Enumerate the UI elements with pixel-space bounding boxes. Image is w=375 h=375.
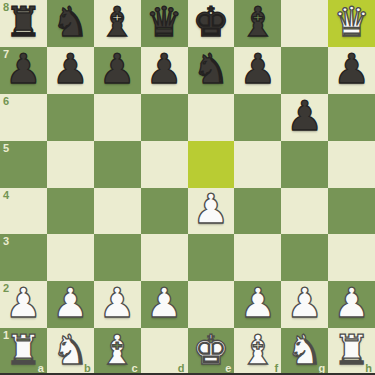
white-pawn[interactable]: ♟: [52, 283, 89, 324]
square-b4[interactable]: [47, 188, 94, 235]
square-b6[interactable]: [47, 94, 94, 141]
white-pawn[interactable]: ♟: [99, 283, 136, 324]
square-c2[interactable]: ♟: [94, 281, 141, 328]
white-bishop[interactable]: ♝: [239, 330, 276, 371]
square-d5[interactable]: [141, 141, 188, 188]
square-e8[interactable]: ♚: [188, 0, 235, 47]
white-rook[interactable]: ♜: [5, 330, 42, 371]
square-d1[interactable]: d: [141, 328, 188, 375]
square-b1[interactable]: b♞: [47, 328, 94, 375]
square-d8[interactable]: ♛: [141, 0, 188, 47]
square-a5[interactable]: 5: [0, 141, 47, 188]
white-knight[interactable]: ♞: [52, 330, 89, 371]
square-d7[interactable]: ♟: [141, 47, 188, 94]
white-pawn[interactable]: ♟: [146, 283, 183, 324]
square-a4[interactable]: 4: [0, 188, 47, 235]
square-h3[interactable]: [328, 234, 375, 281]
square-d4[interactable]: [141, 188, 188, 235]
square-b8[interactable]: ♞: [47, 0, 94, 47]
square-g7[interactable]: [281, 47, 328, 94]
square-f6[interactable]: [234, 94, 281, 141]
black-knight[interactable]: ♞: [52, 2, 89, 43]
square-c4[interactable]: [94, 188, 141, 235]
square-e6[interactable]: [188, 94, 235, 141]
square-a2[interactable]: 2♟: [0, 281, 47, 328]
square-c8[interactable]: ♝: [94, 0, 141, 47]
square-a8[interactable]: 8♜: [0, 0, 47, 47]
black-bishop[interactable]: ♝: [239, 2, 276, 43]
square-h2[interactable]: ♟: [328, 281, 375, 328]
black-pawn[interactable]: ♟: [99, 49, 136, 90]
square-a3[interactable]: 3: [0, 234, 47, 281]
chess-app-viewport: 8♜♞♝♛♚♝♛7♟♟♟♟♞♟♟6♟54♟32♟♟♟♟♟♟♟1a♜b♞c♝de♚…: [0, 0, 375, 375]
white-pawn[interactable]: ♟: [286, 283, 323, 324]
square-c7[interactable]: ♟: [94, 47, 141, 94]
square-c5[interactable]: [94, 141, 141, 188]
black-knight[interactable]: ♞: [193, 49, 230, 90]
square-g2[interactable]: ♟: [281, 281, 328, 328]
square-g5[interactable]: [281, 141, 328, 188]
square-h5[interactable]: [328, 141, 375, 188]
square-e3[interactable]: [188, 234, 235, 281]
square-d3[interactable]: [141, 234, 188, 281]
square-c1[interactable]: c♝: [94, 328, 141, 375]
square-b7[interactable]: ♟: [47, 47, 94, 94]
square-d6[interactable]: [141, 94, 188, 141]
white-king[interactable]: ♚: [193, 330, 230, 371]
square-e1[interactable]: e♚: [188, 328, 235, 375]
square-b3[interactable]: [47, 234, 94, 281]
square-e4[interactable]: ♟: [188, 188, 235, 235]
square-g8[interactable]: [281, 0, 328, 47]
rank-label-6: 6: [3, 96, 9, 107]
square-h7[interactable]: ♟: [328, 47, 375, 94]
black-queen[interactable]: ♛: [146, 2, 183, 43]
black-pawn[interactable]: ♟: [146, 49, 183, 90]
white-bishop[interactable]: ♝: [99, 330, 136, 371]
square-f1[interactable]: f♝: [234, 328, 281, 375]
square-d2[interactable]: ♟: [141, 281, 188, 328]
square-h8[interactable]: ♛: [328, 0, 375, 47]
rank-label-5: 5: [3, 143, 9, 154]
square-e5[interactable]: [188, 141, 235, 188]
black-pawn[interactable]: ♟: [52, 49, 89, 90]
square-h4[interactable]: [328, 188, 375, 235]
white-queen[interactable]: ♛: [333, 2, 370, 43]
square-f3[interactable]: [234, 234, 281, 281]
white-pawn[interactable]: ♟: [5, 283, 42, 324]
black-pawn[interactable]: ♟: [5, 49, 42, 90]
white-pawn[interactable]: ♟: [239, 283, 276, 324]
square-h1[interactable]: h♜: [328, 328, 375, 375]
chess-board: 8♜♞♝♛♚♝♛7♟♟♟♟♞♟♟6♟54♟32♟♟♟♟♟♟♟1a♜b♞c♝de♚…: [0, 0, 375, 375]
square-f4[interactable]: [234, 188, 281, 235]
square-c3[interactable]: [94, 234, 141, 281]
white-pawn[interactable]: ♟: [333, 283, 370, 324]
square-e2[interactable]: [188, 281, 235, 328]
rank-label-3: 3: [3, 236, 9, 247]
square-g6[interactable]: ♟: [281, 94, 328, 141]
square-g1[interactable]: g♞: [281, 328, 328, 375]
black-pawn[interactable]: ♟: [333, 49, 370, 90]
white-rook[interactable]: ♜: [333, 330, 370, 371]
black-pawn[interactable]: ♟: [239, 49, 276, 90]
square-f7[interactable]: ♟: [234, 47, 281, 94]
square-b2[interactable]: ♟: [47, 281, 94, 328]
square-h6[interactable]: [328, 94, 375, 141]
black-rook[interactable]: ♜: [5, 2, 42, 43]
square-f2[interactable]: ♟: [234, 281, 281, 328]
square-g4[interactable]: [281, 188, 328, 235]
square-c6[interactable]: [94, 94, 141, 141]
square-g3[interactable]: [281, 234, 328, 281]
square-a6[interactable]: 6: [0, 94, 47, 141]
rank-label-4: 4: [3, 190, 9, 201]
black-king[interactable]: ♚: [193, 2, 230, 43]
square-f8[interactable]: ♝: [234, 0, 281, 47]
white-knight[interactable]: ♞: [286, 330, 323, 371]
square-f5[interactable]: [234, 141, 281, 188]
square-a1[interactable]: 1a♜: [0, 328, 47, 375]
square-e7[interactable]: ♞: [188, 47, 235, 94]
square-b5[interactable]: [47, 141, 94, 188]
black-pawn[interactable]: ♟: [286, 96, 323, 137]
square-a7[interactable]: 7♟: [0, 47, 47, 94]
black-bishop[interactable]: ♝: [99, 2, 136, 43]
white-pawn[interactable]: ♟: [193, 189, 230, 230]
